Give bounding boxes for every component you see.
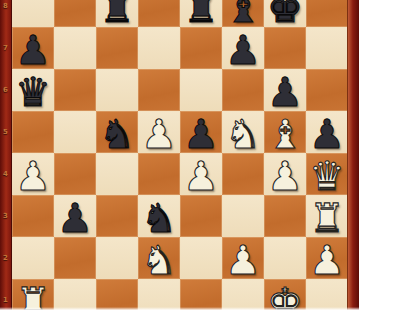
square-g7[interactable] (264, 27, 306, 69)
white-pawn-g4[interactable]: ♟ (264, 155, 306, 197)
square-a3[interactable] (12, 195, 54, 237)
square-f7[interactable]: ♟ (222, 27, 264, 69)
black-pawn-h5[interactable]: ♟ (306, 113, 348, 155)
white-rook-a1[interactable]: ♜ (12, 281, 54, 311)
square-c3[interactable] (96, 195, 138, 237)
white-pawn-f2[interactable]: ♟ (222, 239, 264, 281)
black-knight-d3[interactable]: ♞ (138, 197, 180, 239)
square-c5[interactable]: ♞ (96, 111, 138, 153)
white-knight-d2[interactable]: ♞ (138, 239, 180, 281)
square-f4[interactable] (222, 153, 264, 195)
square-d1[interactable] (138, 279, 180, 311)
white-pawn-d5[interactable]: ♟ (138, 113, 180, 155)
square-e1[interactable] (180, 279, 222, 311)
square-h3[interactable]: ♜ (306, 195, 348, 237)
chess-board: ♜♜♝♚♟♟♛♟♞♟♟♞♝♟♟♟♟♛♟♞♜♞♟♟♜♚ (12, 0, 348, 311)
square-c8[interactable]: ♜ (96, 0, 138, 27)
square-f2[interactable]: ♟ (222, 237, 264, 279)
black-queen-a6[interactable]: ♛ (12, 71, 54, 113)
square-b8[interactable] (54, 0, 96, 27)
rank-label-5: 5 (0, 111, 11, 153)
white-pawn-e4[interactable]: ♟ (180, 155, 222, 197)
square-d6[interactable] (138, 69, 180, 111)
square-d3[interactable]: ♞ (138, 195, 180, 237)
black-pawn-g6[interactable]: ♟ (264, 71, 306, 113)
square-f1[interactable] (222, 279, 264, 311)
black-pawn-f7[interactable]: ♟ (222, 29, 264, 71)
square-h2[interactable]: ♟ (306, 237, 348, 279)
square-g2[interactable] (264, 237, 306, 279)
square-e3[interactable] (180, 195, 222, 237)
square-g5[interactable]: ♝ (264, 111, 306, 153)
rank-label-1: 1 (0, 279, 11, 311)
white-knight-f5[interactable]: ♞ (222, 113, 264, 155)
white-pawn-a4[interactable]: ♟ (12, 155, 54, 197)
black-knight-c5[interactable]: ♞ (96, 113, 138, 155)
square-e5[interactable]: ♟ (180, 111, 222, 153)
square-f6[interactable] (222, 69, 264, 111)
square-d2[interactable]: ♞ (138, 237, 180, 279)
square-e2[interactable] (180, 237, 222, 279)
square-g3[interactable] (264, 195, 306, 237)
black-pawn-a7[interactable]: ♟ (12, 29, 54, 71)
rank-label-7: 7 (0, 27, 11, 69)
black-rook-e8[interactable]: ♜ (180, 0, 222, 29)
square-e7[interactable] (180, 27, 222, 69)
square-c6[interactable] (96, 69, 138, 111)
square-a8[interactable] (12, 0, 54, 27)
square-g1[interactable]: ♚ (264, 279, 306, 311)
square-h4[interactable]: ♛ (306, 153, 348, 195)
rank-label-4: 4 (0, 153, 11, 195)
square-g8[interactable]: ♚ (264, 0, 306, 27)
square-c1[interactable] (96, 279, 138, 311)
square-a7[interactable]: ♟ (12, 27, 54, 69)
white-king-g1[interactable]: ♚ (264, 281, 306, 311)
square-a6[interactable]: ♛ (12, 69, 54, 111)
square-b1[interactable] (54, 279, 96, 311)
black-pawn-b3[interactable]: ♟ (54, 197, 96, 239)
white-bishop-g5[interactable]: ♝ (264, 113, 306, 155)
square-a5[interactable] (12, 111, 54, 153)
black-rook-c8[interactable]: ♜ (96, 0, 138, 29)
black-bishop-f8[interactable]: ♝ (222, 0, 264, 29)
rank-label-8: 8 (0, 0, 11, 27)
square-h5[interactable]: ♟ (306, 111, 348, 153)
board-left-border: 87654321 (0, 0, 12, 311)
square-d5[interactable]: ♟ (138, 111, 180, 153)
square-d8[interactable] (138, 0, 180, 27)
square-d7[interactable] (138, 27, 180, 69)
black-pawn-e5[interactable]: ♟ (180, 113, 222, 155)
square-c7[interactable] (96, 27, 138, 69)
square-b7[interactable] (54, 27, 96, 69)
square-b2[interactable] (54, 237, 96, 279)
square-a1[interactable]: ♜ (12, 279, 54, 311)
chess-diagram: ♜♜♝♚♟♟♛♟♞♟♟♞♝♟♟♟♟♛♟♞♜♞♟♟♜♚ 87654321 (0, 0, 414, 311)
rank-label-2: 2 (0, 237, 11, 279)
rank-label-6: 6 (0, 69, 11, 111)
white-pawn-h2[interactable]: ♟ (306, 239, 348, 281)
board-right-border (347, 0, 359, 311)
square-h1[interactable] (306, 279, 348, 311)
square-b4[interactable] (54, 153, 96, 195)
square-b6[interactable] (54, 69, 96, 111)
square-c4[interactable] (96, 153, 138, 195)
square-c2[interactable] (96, 237, 138, 279)
white-queen-h4[interactable]: ♛ (306, 155, 348, 197)
square-g4[interactable]: ♟ (264, 153, 306, 195)
square-b3[interactable]: ♟ (54, 195, 96, 237)
square-f8[interactable]: ♝ (222, 0, 264, 27)
white-rook-h3[interactable]: ♜ (306, 197, 348, 239)
square-e4[interactable]: ♟ (180, 153, 222, 195)
square-a4[interactable]: ♟ (12, 153, 54, 195)
square-f5[interactable]: ♞ (222, 111, 264, 153)
square-e6[interactable] (180, 69, 222, 111)
square-b5[interactable] (54, 111, 96, 153)
square-d4[interactable] (138, 153, 180, 195)
square-a2[interactable] (12, 237, 54, 279)
square-h8[interactable] (306, 0, 348, 27)
square-h7[interactable] (306, 27, 348, 69)
square-e8[interactable]: ♜ (180, 0, 222, 27)
black-king-g8[interactable]: ♚ (264, 0, 306, 29)
rank-label-3: 3 (0, 195, 11, 237)
square-h6[interactable] (306, 69, 348, 111)
square-g6[interactable]: ♟ (264, 69, 306, 111)
square-f3[interactable] (222, 195, 264, 237)
